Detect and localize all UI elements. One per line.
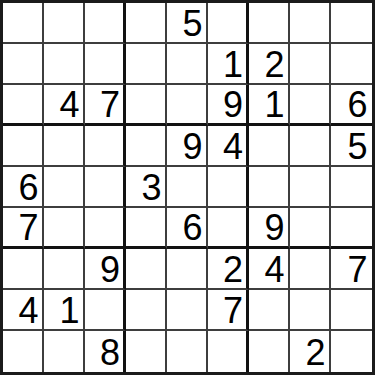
cell-r9c3[interactable]: 8 (85, 331, 126, 372)
cell-r8c8[interactable] (290, 290, 331, 331)
given-digit: 7 (100, 87, 120, 123)
cell-r6c3[interactable] (85, 208, 126, 249)
cell-r4c6[interactable]: 4 (208, 126, 249, 167)
cell-r7c4[interactable] (126, 249, 167, 290)
cell-r5c8[interactable] (290, 167, 331, 208)
given-digit: 6 (18, 170, 38, 206)
given-digit: 2 (223, 252, 243, 288)
cell-r3c2[interactable]: 4 (44, 85, 85, 126)
cell-r7c6[interactable]: 2 (208, 249, 249, 290)
cell-r8c4[interactable] (126, 290, 167, 331)
given-digit: 2 (305, 335, 325, 371)
cell-r1c8[interactable] (290, 3, 331, 44)
cell-r3c5[interactable] (167, 85, 208, 126)
cell-r6c5[interactable]: 6 (167, 208, 208, 249)
cell-r1c3[interactable] (85, 3, 126, 44)
cell-r8c1[interactable]: 4 (3, 290, 44, 331)
cell-r5c2[interactable] (44, 167, 85, 208)
cell-r9c1[interactable] (3, 331, 44, 372)
cell-r3c4[interactable] (126, 85, 167, 126)
cell-r2c7[interactable]: 2 (249, 44, 290, 85)
given-digit: 4 (264, 252, 284, 288)
given-digit: 7 (223, 293, 243, 329)
cell-r9c2[interactable] (44, 331, 85, 372)
cell-r8c2[interactable]: 1 (44, 290, 85, 331)
cell-r3c7[interactable]: 1 (249, 85, 290, 126)
cell-r7c8[interactable] (290, 249, 331, 290)
cell-r9c9[interactable] (331, 331, 372, 372)
cell-r5c5[interactable] (167, 167, 208, 208)
given-digit: 8 (100, 335, 120, 371)
cell-r9c7[interactable] (249, 331, 290, 372)
cell-r4c1[interactable] (3, 126, 44, 167)
cell-r1c6[interactable] (208, 3, 249, 44)
cell-r4c7[interactable] (249, 126, 290, 167)
given-digit: 9 (223, 87, 243, 123)
cell-r2c4[interactable] (126, 44, 167, 85)
cell-r5c4[interactable]: 3 (126, 167, 167, 208)
cell-r1c2[interactable] (44, 3, 85, 44)
cell-r6c1[interactable]: 7 (3, 208, 44, 249)
given-digit: 9 (100, 252, 120, 288)
given-digit: 1 (59, 293, 79, 329)
given-digit: 6 (347, 87, 367, 123)
cell-r6c9[interactable] (331, 208, 372, 249)
given-digit: 2 (264, 47, 284, 83)
given-digit: 1 (223, 47, 243, 83)
cell-r9c4[interactable] (126, 331, 167, 372)
cell-r3c6[interactable]: 9 (208, 85, 249, 126)
cell-r4c5[interactable]: 9 (167, 126, 208, 167)
cell-r9c5[interactable] (167, 331, 208, 372)
cell-r4c9[interactable]: 5 (331, 126, 372, 167)
cell-r5c7[interactable] (249, 167, 290, 208)
cell-r6c2[interactable] (44, 208, 85, 249)
cell-r7c9[interactable]: 7 (331, 249, 372, 290)
cell-r6c7[interactable]: 9 (249, 208, 290, 249)
cell-r1c1[interactable] (3, 3, 44, 44)
cell-r2c1[interactable] (3, 44, 44, 85)
cell-r8c5[interactable] (167, 290, 208, 331)
cell-r8c7[interactable] (249, 290, 290, 331)
cell-r7c3[interactable]: 9 (85, 249, 126, 290)
given-digit: 5 (182, 6, 202, 42)
cell-r3c1[interactable] (3, 85, 44, 126)
given-digit: 4 (18, 293, 38, 329)
given-digit: 1 (264, 87, 284, 123)
cell-r3c8[interactable] (290, 85, 331, 126)
cell-r2c2[interactable] (44, 44, 85, 85)
cell-r5c1[interactable]: 6 (3, 167, 44, 208)
sudoku-board: 5124791694563769924741782 (0, 0, 375, 375)
cell-r3c9[interactable]: 6 (331, 85, 372, 126)
cell-r7c1[interactable] (3, 249, 44, 290)
given-digit: 6 (182, 210, 202, 246)
cell-r9c8[interactable]: 2 (290, 331, 331, 372)
given-digit: 7 (347, 252, 367, 288)
cell-r1c5[interactable]: 5 (167, 3, 208, 44)
cell-r4c8[interactable] (290, 126, 331, 167)
cell-r5c3[interactable] (85, 167, 126, 208)
cell-r6c4[interactable] (126, 208, 167, 249)
given-digit: 7 (18, 210, 38, 246)
cell-r7c2[interactable] (44, 249, 85, 290)
cell-r4c2[interactable] (44, 126, 85, 167)
cell-r5c6[interactable] (208, 167, 249, 208)
cell-r7c7[interactable]: 4 (249, 249, 290, 290)
cell-r2c6[interactable]: 1 (208, 44, 249, 85)
cell-r2c5[interactable] (167, 44, 208, 85)
given-digit: 3 (141, 170, 161, 206)
cell-r6c8[interactable] (290, 208, 331, 249)
cell-r5c9[interactable] (331, 167, 372, 208)
cell-r2c9[interactable] (331, 44, 372, 85)
cell-r8c9[interactable] (331, 290, 372, 331)
cell-r2c8[interactable] (290, 44, 331, 85)
given-digit: 5 (347, 129, 367, 165)
cell-r2c3[interactable] (85, 44, 126, 85)
cell-r1c9[interactable] (331, 3, 372, 44)
cell-r8c3[interactable] (85, 290, 126, 331)
cell-r3c3[interactable]: 7 (85, 85, 126, 126)
cell-r7c5[interactable] (167, 249, 208, 290)
cell-r6c6[interactable] (208, 208, 249, 249)
given-digit: 4 (223, 129, 243, 165)
cell-r8c6[interactable]: 7 (208, 290, 249, 331)
cell-r4c4[interactable] (126, 126, 167, 167)
cell-r1c4[interactable] (126, 3, 167, 44)
cell-r9c6[interactable] (208, 331, 249, 372)
sudoku-page: 5124791694563769924741782 (0, 0, 375, 375)
given-digit: 9 (182, 129, 202, 165)
given-digit: 4 (59, 87, 79, 123)
given-digit: 9 (264, 210, 284, 246)
cell-r1c7[interactable] (249, 3, 290, 44)
cell-r4c3[interactable] (85, 126, 126, 167)
